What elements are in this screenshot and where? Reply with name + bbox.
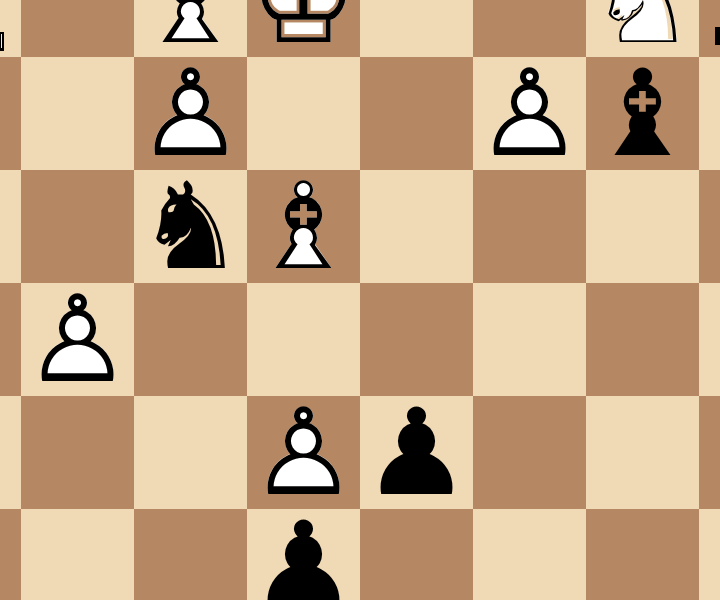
square-c1-r1[interactable]: [21, 57, 134, 170]
square-c0-r1[interactable]: [0, 57, 21, 170]
black-pawn-mid[interactable]: ♟: [360, 396, 473, 509]
white-bishop-mid-fill: ♝: [247, 170, 360, 283]
white-bishop-top-outline: ♗: [134, 0, 247, 57]
square-c6-r5[interactable]: [586, 509, 699, 600]
square-c6-r2[interactable]: [586, 170, 699, 283]
square-c1-r3[interactable]: ♟♙: [21, 283, 134, 396]
square-c3-r0[interactable]: ♚♔: [247, 0, 360, 57]
white-king-outline: ♔: [247, 0, 360, 57]
square-c2-r2[interactable]: ♞: [134, 170, 247, 283]
square-c5-r2[interactable]: [473, 170, 586, 283]
black-bishop[interactable]: ♝: [586, 57, 699, 170]
white-pawn-mid-outline: ♙: [247, 396, 360, 509]
square-c7-r3[interactable]: [699, 283, 720, 396]
white-bishop-top[interactable]: ♝♗: [134, 0, 247, 57]
square-c6-r4[interactable]: [586, 396, 699, 509]
square-c5-r0[interactable]: [473, 0, 586, 57]
chessboard: ♝♗♚♔♞♘♟♙♟♙♝♞♝♗♟♙♟♙♟♟: [0, 0, 720, 600]
square-c7-r1[interactable]: [699, 57, 720, 170]
square-c3-r3[interactable]: [247, 283, 360, 396]
square-c0-r5[interactable]: [0, 509, 21, 600]
square-c4-r1[interactable]: [360, 57, 473, 170]
black-knight-glyph: ♞: [134, 170, 247, 283]
white-pawn-left-fill: ♟: [134, 57, 247, 170]
square-c4-r4[interactable]: ♟: [360, 396, 473, 509]
white-bishop-mid[interactable]: ♝♗: [247, 170, 360, 283]
square-c6-r1[interactable]: ♝: [586, 57, 699, 170]
white-pawn-a-fill: ♟: [21, 283, 134, 396]
white-bishop-mid-outline: ♗: [247, 170, 360, 283]
cropped-piece-fragment-left: [0, 32, 4, 51]
square-c5-r4[interactable]: [473, 396, 586, 509]
square-c5-r1[interactable]: ♟♙: [473, 57, 586, 170]
cropped-piece-fragment-right: [715, 27, 720, 45]
square-c1-r2[interactable]: [21, 170, 134, 283]
square-c3-r1[interactable]: [247, 57, 360, 170]
white-knight[interactable]: ♞♘: [586, 0, 699, 57]
square-c7-r5[interactable]: [699, 509, 720, 600]
square-c6-r3[interactable]: [586, 283, 699, 396]
black-bishop-glyph: ♝: [586, 57, 699, 170]
white-king[interactable]: ♚♔: [247, 0, 360, 57]
white-pawn-mid-fill: ♟: [247, 396, 360, 509]
square-c3-r2[interactable]: ♝♗: [247, 170, 360, 283]
square-c5-r3[interactable]: [473, 283, 586, 396]
square-c0-r3[interactable]: [0, 283, 21, 396]
white-knight-outline: ♘: [586, 0, 699, 57]
square-c7-r4[interactable]: [699, 396, 720, 509]
black-pawn-bottom-glyph: ♟: [247, 509, 360, 600]
black-knight[interactable]: ♞: [134, 170, 247, 283]
black-pawn-bottom[interactable]: ♟: [247, 509, 360, 600]
square-c4-r2[interactable]: [360, 170, 473, 283]
square-c0-r2[interactable]: [0, 170, 21, 283]
square-c2-r4[interactable]: [134, 396, 247, 509]
white-pawn-a[interactable]: ♟♙: [21, 283, 134, 396]
white-pawn-a-outline: ♙: [21, 283, 134, 396]
square-c1-r5[interactable]: [21, 509, 134, 600]
square-c3-r5[interactable]: ♟: [247, 509, 360, 600]
white-king-fill: ♚: [247, 0, 360, 57]
square-c4-r0[interactable]: [360, 0, 473, 57]
black-pawn-mid-glyph: ♟: [360, 396, 473, 509]
square-c2-r3[interactable]: [134, 283, 247, 396]
white-pawn-right-outline: ♙: [473, 57, 586, 170]
square-c2-r0[interactable]: ♝♗: [134, 0, 247, 57]
cropped-piece-fragment-left-inner-detail: [1, 34, 2, 48]
square-c4-r5[interactable]: [360, 509, 473, 600]
square-c6-r0[interactable]: ♞♘: [586, 0, 699, 57]
white-knight-fill: ♞: [586, 0, 699, 57]
white-pawn-right[interactable]: ♟♙: [473, 57, 586, 170]
square-c5-r5[interactable]: [473, 509, 586, 600]
chessboard-screenshot: ♝♗♚♔♞♘♟♙♟♙♝♞♝♗♟♙♟♙♟♟: [0, 0, 720, 600]
white-pawn-left-outline: ♙: [134, 57, 247, 170]
square-c1-r4[interactable]: [21, 396, 134, 509]
square-c2-r5[interactable]: [134, 509, 247, 600]
white-pawn-mid[interactable]: ♟♙: [247, 396, 360, 509]
white-pawn-right-fill: ♟: [473, 57, 586, 170]
square-c1-r0[interactable]: [21, 0, 134, 57]
square-c0-r4[interactable]: [0, 396, 21, 509]
square-c2-r1[interactable]: ♟♙: [134, 57, 247, 170]
white-pawn-left[interactable]: ♟♙: [134, 57, 247, 170]
square-c7-r2[interactable]: [699, 170, 720, 283]
white-bishop-top-fill: ♝: [134, 0, 247, 57]
square-c3-r4[interactable]: ♟♙: [247, 396, 360, 509]
square-c4-r3[interactable]: [360, 283, 473, 396]
